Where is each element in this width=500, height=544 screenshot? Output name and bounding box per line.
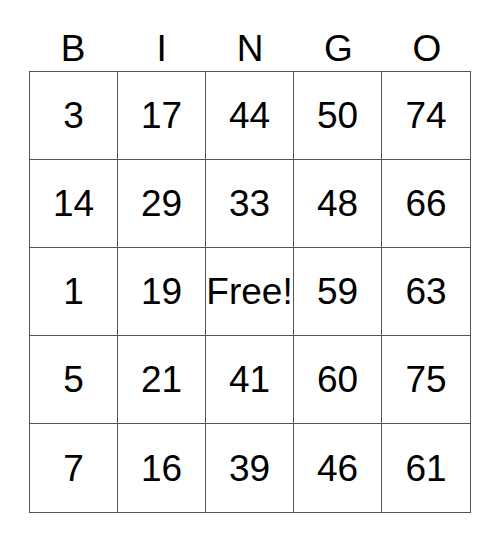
free-cell[interactable]: Free! <box>206 248 294 336</box>
column-letter-i: I <box>117 30 205 71</box>
bingo-cell-r4c3[interactable]: 41 <box>206 336 294 424</box>
bingo-cell-r1c2[interactable]: 17 <box>118 72 206 160</box>
bingo-cell-r3c1[interactable]: 1 <box>30 248 118 336</box>
bingo-cell-r5c5[interactable]: 61 <box>382 424 470 512</box>
bingo-cell-r2c1[interactable]: 14 <box>30 160 118 248</box>
column-letter-n: N <box>206 30 294 71</box>
bingo-cell-r2c2[interactable]: 29 <box>118 160 206 248</box>
bingo-cell-r5c2[interactable]: 16 <box>118 424 206 512</box>
bingo-cell-r5c3[interactable]: 39 <box>206 424 294 512</box>
bingo-cell-r5c4[interactable]: 46 <box>294 424 382 512</box>
bingo-cell-r4c5[interactable]: 75 <box>382 336 470 424</box>
bingo-cell-r2c5[interactable]: 66 <box>382 160 470 248</box>
bingo-cell-r1c5[interactable]: 74 <box>382 72 470 160</box>
column-letter-b: B <box>29 30 117 71</box>
bingo-cell-r3c2[interactable]: 19 <box>118 248 206 336</box>
bingo-cell-r4c2[interactable]: 21 <box>118 336 206 424</box>
bingo-cell-r2c3[interactable]: 33 <box>206 160 294 248</box>
bingo-cell-r3c4[interactable]: 59 <box>294 248 382 336</box>
column-letter-o: O <box>383 30 471 71</box>
bingo-cell-r2c4[interactable]: 48 <box>294 160 382 248</box>
bingo-cell-r1c3[interactable]: 44 <box>206 72 294 160</box>
bingo-cell-r1c4[interactable]: 50 <box>294 72 382 160</box>
bingo-cell-r3c5[interactable]: 63 <box>382 248 470 336</box>
bingo-cell-r4c1[interactable]: 5 <box>30 336 118 424</box>
bingo-card: B I N G O 3 17 44 50 74 14 29 33 48 66 1… <box>29 0 471 513</box>
bingo-cell-r1c1[interactable]: 3 <box>30 72 118 160</box>
column-letter-g: G <box>294 30 382 71</box>
bingo-cell-r4c4[interactable]: 60 <box>294 336 382 424</box>
bingo-header: B I N G O <box>29 0 471 71</box>
bingo-board: 3 17 44 50 74 14 29 33 48 66 1 19 Free! … <box>29 71 471 513</box>
bingo-cell-r5c1[interactable]: 7 <box>30 424 118 512</box>
